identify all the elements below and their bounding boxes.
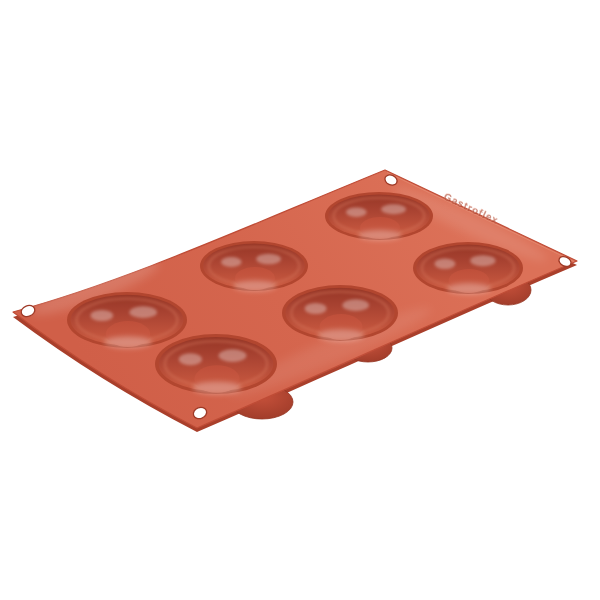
cavity-highlight-crescent: [233, 281, 276, 292]
cavity-highlight-right: [219, 349, 247, 362]
cavity-highlight-left: [305, 303, 327, 314]
cavity-highlight-crescent: [318, 329, 364, 341]
cavity-highlight-right: [381, 204, 406, 214]
cavity-highlight-right: [470, 255, 495, 266]
cavity-highlight-left: [179, 353, 202, 365]
cavity-highlight-left: [346, 207, 367, 217]
mold-photo: Gastroflex Gastroflex: [0, 0, 600, 600]
product-photo-stage: Gastroflex Gastroflex: [0, 0, 600, 600]
cavity-highlight-right: [342, 299, 369, 311]
cavity-highlight-crescent: [193, 381, 242, 394]
cavity-highlight-left: [90, 310, 113, 321]
cavity-highlight-crescent: [358, 230, 401, 241]
cavity-highlight-crescent: [104, 336, 152, 348]
cavity-highlight-left: [434, 259, 455, 269]
cavity-highlight-crescent: [447, 283, 491, 294]
cavity-highlight-right: [256, 254, 281, 265]
cavity-highlight-left: [221, 257, 242, 267]
cavity-highlight-right: [129, 306, 157, 318]
